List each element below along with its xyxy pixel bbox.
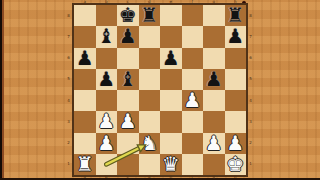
file-label-d: d	[139, 175, 161, 179]
piece-white-king-h1: ♚	[226, 154, 244, 175]
square-c8: ♚	[117, 5, 139, 26]
square-a8	[74, 5, 96, 26]
square-a5	[74, 69, 96, 90]
rank-label-2: 2	[248, 133, 253, 154]
file-label-b: b	[96, 0, 118, 4]
square-h3	[225, 111, 247, 132]
piece-white-knight-d2: ♞	[140, 133, 158, 154]
square-f5	[182, 69, 204, 90]
rank-label-5: 5	[66, 69, 71, 90]
square-d5	[139, 69, 161, 90]
piece-black-pawn-a6: ♟	[76, 48, 94, 69]
square-h1: ♚	[225, 154, 247, 175]
rank-label-2: 2	[66, 133, 71, 154]
square-d4	[139, 90, 161, 111]
piece-black-pawn-b5: ♟	[97, 69, 115, 90]
square-d8: ♜	[139, 5, 161, 26]
square-b4	[96, 90, 118, 111]
square-e3	[160, 111, 182, 132]
square-g3	[203, 111, 225, 132]
file-label-c: c	[117, 175, 139, 179]
square-b6	[96, 48, 118, 69]
file-label-e: e	[160, 0, 182, 4]
square-a6: ♟	[74, 48, 96, 69]
piece-white-rook-a1: ♜	[76, 154, 94, 175]
piece-black-pawn-h7: ♟	[226, 26, 244, 47]
square-d2: ♞	[139, 133, 161, 154]
square-d7	[139, 26, 161, 47]
piece-white-pawn-g2: ♟	[205, 133, 223, 154]
square-c7: ♟	[117, 26, 139, 47]
rank-label-4: 4	[66, 90, 71, 111]
square-a4	[74, 90, 96, 111]
rank-label-4: 4	[248, 90, 253, 111]
rank-label-8: 8	[248, 5, 253, 26]
file-label-f: f	[182, 175, 204, 179]
square-e2	[160, 133, 182, 154]
square-e7	[160, 26, 182, 47]
square-h8: ♜	[225, 5, 247, 26]
square-g1	[203, 154, 225, 175]
square-g6	[203, 48, 225, 69]
rank-label-3: 3	[248, 111, 253, 132]
square-c6	[117, 48, 139, 69]
rank-label-6: 6	[248, 48, 253, 69]
square-h2: ♟	[225, 133, 247, 154]
square-g2: ♟	[203, 133, 225, 154]
rank-label-7: 7	[66, 26, 71, 47]
square-f3	[182, 111, 204, 132]
file-labels-bottom: abcdefgh	[74, 175, 246, 179]
square-e1: ♛	[160, 154, 182, 175]
square-g5: ♟	[203, 69, 225, 90]
square-a1: ♜	[74, 154, 96, 175]
file-label-g: g	[203, 175, 225, 179]
piece-black-bishop-b7: ♝	[97, 26, 115, 47]
rank-label-7: 7	[248, 26, 253, 47]
piece-white-pawn-b3: ♟	[97, 111, 115, 132]
piece-black-rook-d8: ♜	[140, 5, 158, 26]
square-d3	[139, 111, 161, 132]
piece-white-queen-e1: ♛	[162, 154, 180, 175]
square-g4	[203, 90, 225, 111]
rank-label-5: 5	[248, 69, 253, 90]
square-d6	[139, 48, 161, 69]
square-a2	[74, 133, 96, 154]
piece-black-bishop-c5: ♝	[119, 69, 137, 90]
square-e5	[160, 69, 182, 90]
rank-label-8: 8	[66, 5, 71, 26]
rank-label-1: 1	[66, 154, 71, 175]
piece-black-pawn-c7: ♟	[119, 26, 137, 47]
square-g7	[203, 26, 225, 47]
square-c4	[117, 90, 139, 111]
file-label-f: f	[182, 0, 204, 4]
square-h7: ♟	[225, 26, 247, 47]
square-f8	[182, 5, 204, 26]
square-f2	[182, 133, 204, 154]
video-frame: abcdefgh abcdefgh 87654321 87654321 ♚♜♜♝…	[0, 0, 320, 180]
chess-board: ♚♜♜♝♟♟♟♟♟♝♟♟♟♟♟♞♟♟♜♛♚	[74, 5, 246, 175]
square-h6	[225, 48, 247, 69]
rank-labels-right: 87654321	[248, 5, 253, 175]
rank-labels-left: 87654321	[66, 5, 71, 175]
square-g8	[203, 5, 225, 26]
frame-left-edge-inner	[2, 0, 4, 180]
file-label-g: g	[203, 0, 225, 4]
square-b3: ♟	[96, 111, 118, 132]
square-a3	[74, 111, 96, 132]
piece-white-pawn-h2: ♟	[226, 133, 244, 154]
square-e6: ♟	[160, 48, 182, 69]
square-f7	[182, 26, 204, 47]
square-b7: ♝	[96, 26, 118, 47]
square-c5: ♝	[117, 69, 139, 90]
square-c1	[117, 154, 139, 175]
square-h4	[225, 90, 247, 111]
square-b8	[96, 5, 118, 26]
square-e8	[160, 5, 182, 26]
square-b5: ♟	[96, 69, 118, 90]
square-d1	[139, 154, 161, 175]
piece-white-pawn-f4: ♟	[183, 90, 201, 111]
piece-white-pawn-b2: ♟	[97, 133, 115, 154]
file-label-a: a	[74, 0, 96, 4]
board-frame: ♚♜♜♝♟♟♟♟♟♝♟♟♟♟♟♞♟♟♜♛♚	[72, 3, 248, 177]
piece-black-pawn-g5: ♟	[205, 69, 223, 90]
piece-black-rook-h8: ♜	[226, 5, 244, 26]
square-e4	[160, 90, 182, 111]
rank-label-6: 6	[66, 48, 71, 69]
file-label-b: b	[96, 175, 118, 179]
rank-label-3: 3	[66, 111, 71, 132]
piece-black-king-c8: ♚	[119, 5, 137, 26]
piece-white-pawn-c3: ♟	[119, 111, 137, 132]
square-c3: ♟	[117, 111, 139, 132]
square-f4: ♟	[182, 90, 204, 111]
square-c2	[117, 133, 139, 154]
square-f6	[182, 48, 204, 69]
square-b1	[96, 154, 118, 175]
square-a7	[74, 26, 96, 47]
square-f1	[182, 154, 204, 175]
square-b2: ♟	[96, 133, 118, 154]
square-h5	[225, 69, 247, 90]
piece-black-pawn-e6: ♟	[162, 48, 180, 69]
rank-label-1: 1	[248, 154, 253, 175]
file-labels-top: abcdefgh	[74, 0, 246, 4]
